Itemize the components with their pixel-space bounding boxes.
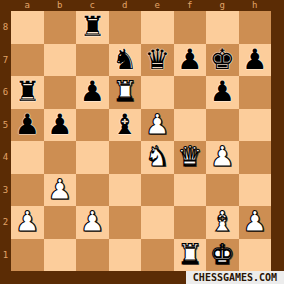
square-b1[interactable] bbox=[44, 239, 77, 272]
square-e2[interactable] bbox=[141, 206, 174, 239]
square-d3[interactable] bbox=[109, 174, 142, 207]
board: ♜♞♛♟♚♟♜♟♜♟♟♟♝♟♞♛♟♟♟♟♝♟♜♚ bbox=[11, 11, 271, 271]
square-h5[interactable] bbox=[239, 109, 272, 142]
file-label-d: d bbox=[109, 0, 142, 11]
square-b5[interactable]: ♟ bbox=[44, 109, 77, 142]
black-pawn: ♟ bbox=[47, 109, 72, 141]
square-e4[interactable]: ♞ bbox=[141, 141, 174, 174]
square-c2[interactable]: ♟ bbox=[76, 206, 109, 239]
square-f7[interactable]: ♟ bbox=[174, 44, 207, 77]
file-label-h: h bbox=[239, 0, 272, 11]
square-d2[interactable] bbox=[109, 206, 142, 239]
square-h1[interactable] bbox=[239, 239, 272, 272]
site-watermark: CHESSGAMES.COM bbox=[186, 271, 284, 284]
square-e1[interactable] bbox=[141, 239, 174, 272]
square-d6[interactable]: ♜ bbox=[109, 76, 142, 109]
white-rook: ♜ bbox=[177, 239, 202, 271]
square-g8[interactable] bbox=[206, 11, 239, 44]
square-d7[interactable]: ♞ bbox=[109, 44, 142, 77]
black-pawn: ♟ bbox=[177, 44, 202, 76]
square-c4[interactable] bbox=[76, 141, 109, 174]
square-f6[interactable] bbox=[174, 76, 207, 109]
white-rook: ♜ bbox=[112, 76, 137, 108]
square-b8[interactable] bbox=[44, 11, 77, 44]
square-b2[interactable] bbox=[44, 206, 77, 239]
square-h3[interactable] bbox=[239, 174, 272, 207]
white-pawn: ♟ bbox=[47, 174, 72, 206]
file-label-b: b bbox=[44, 0, 77, 11]
square-h8[interactable] bbox=[239, 11, 272, 44]
black-pawn: ♟ bbox=[210, 76, 235, 108]
rank-label-3: 3 bbox=[0, 174, 11, 207]
black-rook: ♜ bbox=[80, 11, 105, 43]
file-label-c: c bbox=[76, 0, 109, 11]
square-d8[interactable] bbox=[109, 11, 142, 44]
white-pawn: ♟ bbox=[15, 206, 40, 238]
square-g1[interactable]: ♚ bbox=[206, 239, 239, 272]
rank-label-7: 7 bbox=[0, 44, 11, 77]
square-e7[interactable]: ♛ bbox=[141, 44, 174, 77]
square-g7[interactable]: ♚ bbox=[206, 44, 239, 77]
rank-label-2: 2 bbox=[0, 206, 11, 239]
square-d4[interactable] bbox=[109, 141, 142, 174]
black-pawn: ♟ bbox=[242, 44, 267, 76]
square-h6[interactable] bbox=[239, 76, 272, 109]
square-g5[interactable] bbox=[206, 109, 239, 142]
square-g6[interactable]: ♟ bbox=[206, 76, 239, 109]
square-c7[interactable] bbox=[76, 44, 109, 77]
black-knight: ♞ bbox=[112, 44, 137, 76]
rank-labels: 87654321 bbox=[0, 11, 11, 271]
square-e3[interactable] bbox=[141, 174, 174, 207]
white-knight: ♞ bbox=[145, 141, 170, 173]
white-pawn: ♟ bbox=[210, 141, 235, 173]
rank-label-4: 4 bbox=[0, 141, 11, 174]
black-bishop: ♝ bbox=[112, 109, 137, 141]
chess-board-frame: abcdefgh 87654321 ♜♞♛♟♚♟♜♟♜♟♟♟♝♟♞♛♟♟♟♟♝♟… bbox=[0, 0, 284, 284]
black-queen: ♛ bbox=[145, 44, 170, 76]
square-f5[interactable] bbox=[174, 109, 207, 142]
file-label-f: f bbox=[174, 0, 207, 11]
square-d1[interactable] bbox=[109, 239, 142, 272]
square-e6[interactable] bbox=[141, 76, 174, 109]
white-king: ♚ bbox=[210, 239, 235, 271]
white-pawn: ♟ bbox=[145, 109, 170, 141]
black-pawn: ♟ bbox=[15, 109, 40, 141]
square-c5[interactable] bbox=[76, 109, 109, 142]
square-a3[interactable] bbox=[11, 174, 44, 207]
white-queen: ♛ bbox=[177, 141, 202, 173]
square-e5[interactable]: ♟ bbox=[141, 109, 174, 142]
square-g2[interactable]: ♝ bbox=[206, 206, 239, 239]
square-e8[interactable] bbox=[141, 11, 174, 44]
rank-label-1: 1 bbox=[0, 239, 11, 272]
square-f1[interactable]: ♜ bbox=[174, 239, 207, 272]
square-h2[interactable]: ♟ bbox=[239, 206, 272, 239]
square-a6[interactable]: ♜ bbox=[11, 76, 44, 109]
file-label-e: e bbox=[141, 0, 174, 11]
file-label-g: g bbox=[206, 0, 239, 11]
square-g3[interactable] bbox=[206, 174, 239, 207]
file-label-a: a bbox=[11, 0, 44, 11]
black-pawn: ♟ bbox=[80, 76, 105, 108]
square-b4[interactable] bbox=[44, 141, 77, 174]
square-b6[interactable] bbox=[44, 76, 77, 109]
square-f4[interactable]: ♛ bbox=[174, 141, 207, 174]
square-a2[interactable]: ♟ bbox=[11, 206, 44, 239]
square-b7[interactable] bbox=[44, 44, 77, 77]
square-b3[interactable]: ♟ bbox=[44, 174, 77, 207]
white-pawn: ♟ bbox=[80, 206, 105, 238]
black-rook: ♜ bbox=[15, 76, 40, 108]
square-c6[interactable]: ♟ bbox=[76, 76, 109, 109]
square-f3[interactable] bbox=[174, 174, 207, 207]
white-bishop: ♝ bbox=[210, 206, 235, 238]
square-g4[interactable]: ♟ bbox=[206, 141, 239, 174]
rank-label-5: 5 bbox=[0, 109, 11, 142]
rank-label-6: 6 bbox=[0, 76, 11, 109]
square-c3[interactable] bbox=[76, 174, 109, 207]
square-a4[interactable] bbox=[11, 141, 44, 174]
rank-label-8: 8 bbox=[0, 11, 11, 44]
square-c1[interactable] bbox=[76, 239, 109, 272]
square-a1[interactable] bbox=[11, 239, 44, 272]
white-pawn: ♟ bbox=[242, 206, 267, 238]
square-d5[interactable]: ♝ bbox=[109, 109, 142, 142]
square-a8[interactable] bbox=[11, 11, 44, 44]
square-a5[interactable]: ♟ bbox=[11, 109, 44, 142]
square-h7[interactable]: ♟ bbox=[239, 44, 272, 77]
black-king: ♚ bbox=[210, 44, 235, 76]
file-labels: abcdefgh bbox=[11, 0, 271, 11]
square-c8[interactable]: ♜ bbox=[76, 11, 109, 44]
square-a7[interactable] bbox=[11, 44, 44, 77]
square-f2[interactable] bbox=[174, 206, 207, 239]
square-f8[interactable] bbox=[174, 11, 207, 44]
square-h4[interactable] bbox=[239, 141, 272, 174]
